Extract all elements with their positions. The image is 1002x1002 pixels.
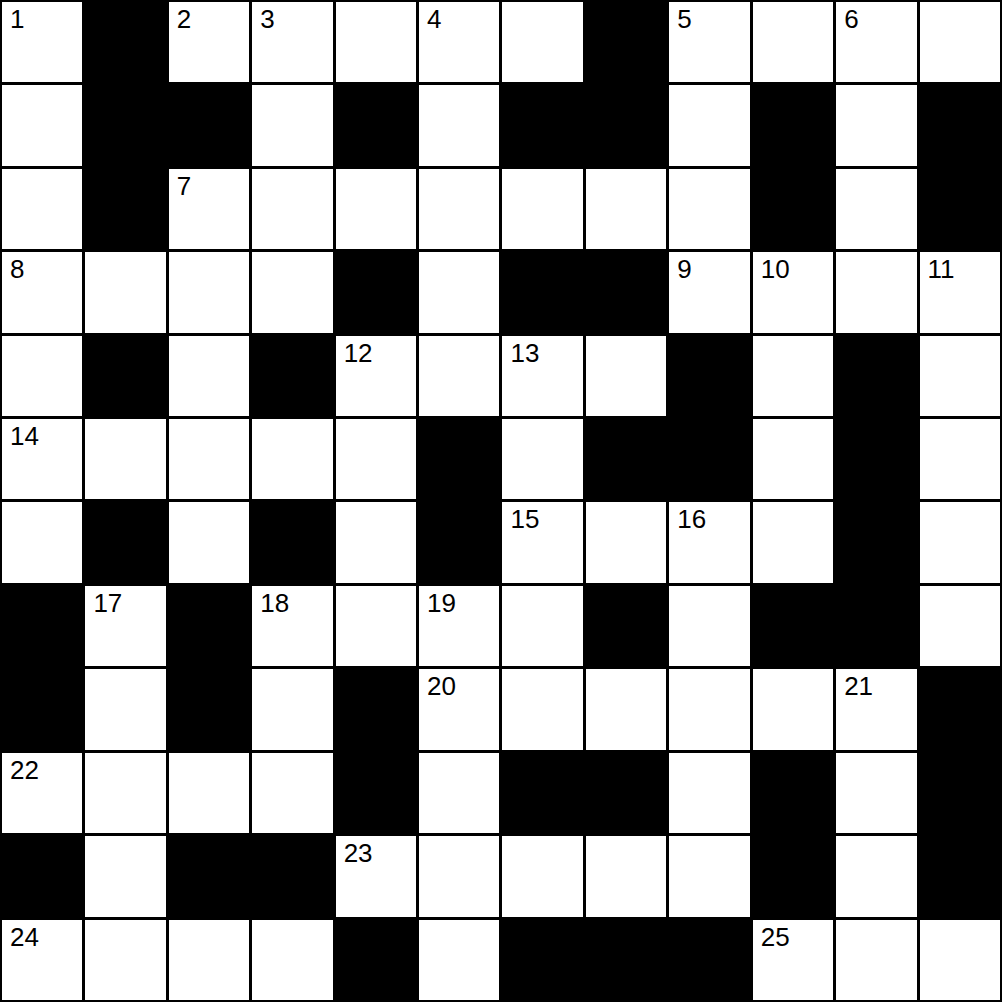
clue-number-9: 9 [677, 256, 691, 283]
clue-number-16: 16 [677, 506, 706, 533]
cell-r2-c6[interactable] [419, 85, 499, 165]
cell-r8-c5[interactable] [336, 586, 416, 666]
cell-r10-c4[interactable] [252, 753, 332, 833]
cell-r6-c12[interactable] [920, 419, 1000, 499]
block-cell-r11-c10 [753, 836, 833, 916]
cell-r9-c7[interactable] [502, 669, 582, 749]
block-cell-r8-c10 [753, 586, 833, 666]
cell-r4-c1[interactable]: 8 [2, 252, 82, 332]
block-cell-r9-c3 [169, 669, 249, 749]
block-cell-r9-c12 [920, 669, 1000, 749]
cell-r12-c10[interactable]: 25 [753, 920, 833, 1000]
cell-r9-c4[interactable] [252, 669, 332, 749]
cell-r5-c5[interactable]: 12 [336, 336, 416, 416]
clue-number-25: 25 [761, 924, 790, 951]
cell-r5-c8[interactable] [586, 336, 666, 416]
block-cell-r10-c7 [502, 753, 582, 833]
cell-r3-c4[interactable] [252, 169, 332, 249]
cell-r10-c11[interactable] [836, 753, 916, 833]
cell-r8-c9[interactable] [669, 586, 749, 666]
cell-r6-c7[interactable] [502, 419, 582, 499]
block-cell-r8-c11 [836, 586, 916, 666]
cell-r12-c11[interactable] [836, 920, 916, 1000]
cell-r12-c4[interactable] [252, 920, 332, 1000]
clue-number-6: 6 [844, 6, 858, 33]
block-cell-r7-c6 [419, 502, 499, 582]
cell-r4-c12[interactable]: 11 [920, 252, 1000, 332]
clue-number-2: 2 [177, 6, 191, 33]
cell-r12-c2[interactable] [85, 920, 165, 1000]
block-cell-r10-c5 [336, 753, 416, 833]
cell-r8-c7[interactable] [502, 586, 582, 666]
cell-r2-c1[interactable] [2, 85, 82, 165]
block-cell-r5-c9 [669, 336, 749, 416]
clue-number-20: 20 [427, 673, 456, 700]
clue-number-17: 17 [93, 590, 122, 617]
block-cell-r12-c8 [586, 920, 666, 1000]
cell-r11-c7[interactable] [502, 836, 582, 916]
cell-r4-c3[interactable] [169, 252, 249, 332]
cell-r3-c8[interactable] [586, 169, 666, 249]
cell-r3-c7[interactable] [502, 169, 582, 249]
cell-r11-c9[interactable] [669, 836, 749, 916]
cell-r4-c4[interactable] [252, 252, 332, 332]
block-cell-r4-c7 [502, 252, 582, 332]
cell-r4-c9[interactable]: 9 [669, 252, 749, 332]
cell-r7-c12[interactable] [920, 502, 1000, 582]
cell-r10-c1[interactable]: 22 [2, 753, 82, 833]
block-cell-r3-c10 [753, 169, 833, 249]
block-cell-r6-c9 [669, 419, 749, 499]
block-cell-r5-c2 [85, 336, 165, 416]
cell-r3-c11[interactable] [836, 169, 916, 249]
cell-r8-c4[interactable]: 18 [252, 586, 332, 666]
block-cell-r2-c8 [586, 85, 666, 165]
clue-number-10: 10 [761, 256, 790, 283]
clue-number-12: 12 [344, 340, 373, 367]
cell-r7-c10[interactable] [753, 502, 833, 582]
cell-r11-c5[interactable]: 23 [336, 836, 416, 916]
block-cell-r11-c3 [169, 836, 249, 916]
block-cell-r5-c4 [252, 336, 332, 416]
cell-r8-c12[interactable] [920, 586, 1000, 666]
clue-number-8: 8 [10, 256, 24, 283]
block-cell-r10-c10 [753, 753, 833, 833]
cell-r1-c5[interactable] [336, 2, 416, 82]
block-cell-r12-c7 [502, 920, 582, 1000]
block-cell-r6-c8 [586, 419, 666, 499]
cell-r4-c2[interactable] [85, 252, 165, 332]
block-cell-r2-c7 [502, 85, 582, 165]
block-cell-r8-c8 [586, 586, 666, 666]
clue-number-14: 14 [10, 423, 39, 450]
cell-r5-c1[interactable] [2, 336, 82, 416]
block-cell-r4-c8 [586, 252, 666, 332]
cell-r2-c11[interactable] [836, 85, 916, 165]
cell-r5-c12[interactable] [920, 336, 1000, 416]
cell-r3-c5[interactable] [336, 169, 416, 249]
cell-r1-c10[interactable] [753, 2, 833, 82]
cell-r4-c6[interactable] [419, 252, 499, 332]
clue-number-23: 23 [344, 840, 373, 867]
cell-r7-c7[interactable]: 15 [502, 502, 582, 582]
block-cell-r1-c2 [85, 2, 165, 82]
cell-r10-c2[interactable] [85, 753, 165, 833]
cell-r9-c10[interactable] [753, 669, 833, 749]
cell-r8-c2[interactable]: 17 [85, 586, 165, 666]
cell-r7-c8[interactable] [586, 502, 666, 582]
block-cell-r2-c3 [169, 85, 249, 165]
clue-number-24: 24 [10, 924, 39, 951]
cell-r11-c8[interactable] [586, 836, 666, 916]
clue-number-3: 3 [260, 6, 274, 33]
cell-r11-c11[interactable] [836, 836, 916, 916]
block-cell-r2-c5 [336, 85, 416, 165]
cell-r8-c6[interactable]: 19 [419, 586, 499, 666]
cell-r6-c1[interactable]: 14 [2, 419, 82, 499]
cell-r5-c10[interactable] [753, 336, 833, 416]
block-cell-r7-c11 [836, 502, 916, 582]
block-cell-r11-c1 [2, 836, 82, 916]
clue-number-19: 19 [427, 590, 456, 617]
block-cell-r12-c9 [669, 920, 749, 1000]
cell-r7-c9[interactable]: 16 [669, 502, 749, 582]
cell-r7-c5[interactable] [336, 502, 416, 582]
cell-r1-c1[interactable]: 1 [2, 2, 82, 82]
block-cell-r8-c3 [169, 586, 249, 666]
clue-number-7: 7 [177, 173, 191, 200]
cell-r1-c12[interactable] [920, 2, 1000, 82]
block-cell-r12-c5 [336, 920, 416, 1000]
block-cell-r11-c4 [252, 836, 332, 916]
crossword-board: 1234567891011121314151617181920212223242… [0, 0, 1002, 1002]
cell-r7-c3[interactable] [169, 502, 249, 582]
block-cell-r2-c12 [920, 85, 1000, 165]
cell-r11-c6[interactable] [419, 836, 499, 916]
block-cell-r6-c6 [419, 419, 499, 499]
cell-r12-c12[interactable] [920, 920, 1000, 1000]
cell-r10-c6[interactable] [419, 753, 499, 833]
cell-r7-c1[interactable] [2, 502, 82, 582]
cell-r11-c2[interactable] [85, 836, 165, 916]
block-cell-r3-c12 [920, 169, 1000, 249]
clue-number-22: 22 [10, 757, 39, 784]
cell-r4-c11[interactable] [836, 252, 916, 332]
cell-r6-c2[interactable] [85, 419, 165, 499]
cell-r3-c6[interactable] [419, 169, 499, 249]
clue-number-4: 4 [427, 6, 441, 33]
cell-r9-c8[interactable] [586, 669, 666, 749]
clue-number-13: 13 [510, 340, 539, 367]
block-cell-r9-c5 [336, 669, 416, 749]
block-cell-r7-c2 [85, 502, 165, 582]
cell-r1-c7[interactable] [502, 2, 582, 82]
block-cell-r4-c5 [336, 252, 416, 332]
cell-r12-c6[interactable] [419, 920, 499, 1000]
cell-r5-c6[interactable] [419, 336, 499, 416]
cell-r10-c3[interactable] [169, 753, 249, 833]
cell-r6-c3[interactable] [169, 419, 249, 499]
block-cell-r5-c11 [836, 336, 916, 416]
block-cell-r6-c11 [836, 419, 916, 499]
cell-r3-c1[interactable] [2, 169, 82, 249]
cell-r1-c4[interactable]: 3 [252, 2, 332, 82]
cell-r5-c7[interactable]: 13 [502, 336, 582, 416]
cell-r2-c9[interactable] [669, 85, 749, 165]
cell-r2-c4[interactable] [252, 85, 332, 165]
cell-r9-c6[interactable]: 20 [419, 669, 499, 749]
cell-r9-c9[interactable] [669, 669, 749, 749]
block-cell-r7-c4 [252, 502, 332, 582]
cell-r1-c3[interactable]: 2 [169, 2, 249, 82]
cell-r10-c9[interactable] [669, 753, 749, 833]
block-cell-r11-c12 [920, 836, 1000, 916]
cell-r9-c11[interactable]: 21 [836, 669, 916, 749]
clue-number-21: 21 [844, 673, 873, 700]
clue-number-5: 5 [677, 6, 691, 33]
cell-r3-c9[interactable] [669, 169, 749, 249]
cell-r9-c2[interactable] [85, 669, 165, 749]
block-cell-r2-c10 [753, 85, 833, 165]
cell-r5-c3[interactable] [169, 336, 249, 416]
clue-number-18: 18 [260, 590, 289, 617]
clue-number-15: 15 [510, 506, 539, 533]
block-cell-r3-c2 [85, 169, 165, 249]
clue-number-11: 11 [928, 256, 955, 283]
clue-number-1: 1 [10, 6, 24, 33]
cell-r1-c6[interactable]: 4 [419, 2, 499, 82]
cell-r3-c3[interactable]: 7 [169, 169, 249, 249]
cell-r4-c10[interactable]: 10 [753, 252, 833, 332]
cell-r12-c1[interactable]: 24 [2, 920, 82, 1000]
block-cell-r10-c12 [920, 753, 1000, 833]
cell-r12-c3[interactable] [169, 920, 249, 1000]
block-cell-r1-c8 [586, 2, 666, 82]
cell-r6-c10[interactable] [753, 419, 833, 499]
block-cell-r9-c1 [2, 669, 82, 749]
cell-r6-c4[interactable] [252, 419, 332, 499]
cell-r1-c11[interactable]: 6 [836, 2, 916, 82]
cell-r6-c5[interactable] [336, 419, 416, 499]
block-cell-r2-c2 [85, 85, 165, 165]
block-cell-r10-c8 [586, 753, 666, 833]
block-cell-r8-c1 [2, 586, 82, 666]
cell-r1-c9[interactable]: 5 [669, 2, 749, 82]
